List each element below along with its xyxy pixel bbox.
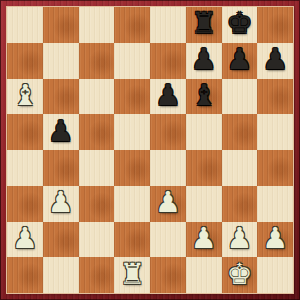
chess-board[interactable]: ♜♚♟♟♟♝♟♝♟♟♟♟♟♟♟♜♚ (7, 7, 293, 293)
square-d6[interactable] (114, 79, 150, 115)
square-g7[interactable]: ♟ (222, 43, 258, 79)
square-f3[interactable] (186, 186, 222, 222)
square-h8[interactable] (257, 7, 293, 43)
square-b3[interactable]: ♟ (43, 186, 79, 222)
square-b6[interactable] (43, 79, 79, 115)
square-d2[interactable] (114, 222, 150, 258)
square-f6[interactable]: ♝ (186, 79, 222, 115)
square-e6[interactable]: ♟ (150, 79, 186, 115)
square-e5[interactable] (150, 114, 186, 150)
square-e1[interactable] (150, 257, 186, 293)
square-a4[interactable] (7, 150, 43, 186)
square-a7[interactable] (7, 43, 43, 79)
square-h3[interactable] (257, 186, 293, 222)
black-pawn[interactable]: ♟ (226, 45, 252, 74)
white-king[interactable]: ♚ (226, 260, 252, 289)
square-f4[interactable] (186, 150, 222, 186)
square-c6[interactable] (79, 79, 115, 115)
square-e8[interactable] (150, 7, 186, 43)
square-e2[interactable] (150, 222, 186, 258)
square-d3[interactable] (114, 186, 150, 222)
white-pawn[interactable]: ♟ (191, 224, 217, 253)
square-d8[interactable] (114, 7, 150, 43)
square-b8[interactable] (43, 7, 79, 43)
square-f2[interactable]: ♟ (186, 222, 222, 258)
square-a5[interactable] (7, 114, 43, 150)
square-d1[interactable]: ♜ (114, 257, 150, 293)
black-pawn[interactable]: ♟ (48, 117, 74, 146)
black-pawn[interactable]: ♟ (191, 45, 217, 74)
square-g1[interactable]: ♚ (222, 257, 258, 293)
white-bishop[interactable]: ♝ (12, 81, 38, 110)
square-h2[interactable]: ♟ (257, 222, 293, 258)
white-pawn[interactable]: ♟ (226, 224, 252, 253)
square-f5[interactable] (186, 114, 222, 150)
black-pawn[interactable]: ♟ (155, 81, 181, 110)
square-a2[interactable]: ♟ (7, 222, 43, 258)
square-e3[interactable]: ♟ (150, 186, 186, 222)
square-b2[interactable] (43, 222, 79, 258)
white-pawn[interactable]: ♟ (262, 224, 288, 253)
square-g3[interactable] (222, 186, 258, 222)
white-pawn[interactable]: ♟ (48, 188, 74, 217)
square-g2[interactable]: ♟ (222, 222, 258, 258)
square-c2[interactable] (79, 222, 115, 258)
square-f8[interactable]: ♜ (186, 7, 222, 43)
square-a6[interactable]: ♝ (7, 79, 43, 115)
square-d4[interactable] (114, 150, 150, 186)
square-g8[interactable]: ♚ (222, 7, 258, 43)
square-a8[interactable] (7, 7, 43, 43)
square-h1[interactable] (257, 257, 293, 293)
square-h4[interactable] (257, 150, 293, 186)
square-h7[interactable]: ♟ (257, 43, 293, 79)
square-h5[interactable] (257, 114, 293, 150)
square-b1[interactable] (43, 257, 79, 293)
square-c1[interactable] (79, 257, 115, 293)
black-rook[interactable]: ♜ (191, 9, 217, 38)
chess-diagram: ♜♚♟♟♟♝♟♝♟♟♟♟♟♟♟♜♚ (0, 0, 300, 300)
square-c7[interactable] (79, 43, 115, 79)
square-c4[interactable] (79, 150, 115, 186)
black-pawn[interactable]: ♟ (262, 45, 288, 74)
black-king[interactable]: ♚ (226, 9, 252, 38)
square-f7[interactable]: ♟ (186, 43, 222, 79)
square-b5[interactable]: ♟ (43, 114, 79, 150)
square-b4[interactable] (43, 150, 79, 186)
square-c3[interactable] (79, 186, 115, 222)
square-d7[interactable] (114, 43, 150, 79)
square-h6[interactable] (257, 79, 293, 115)
square-g5[interactable] (222, 114, 258, 150)
square-f1[interactable] (186, 257, 222, 293)
square-e7[interactable] (150, 43, 186, 79)
square-d5[interactable] (114, 114, 150, 150)
square-c5[interactable] (79, 114, 115, 150)
square-a3[interactable] (7, 186, 43, 222)
white-rook[interactable]: ♜ (119, 260, 145, 289)
square-c8[interactable] (79, 7, 115, 43)
square-a1[interactable] (7, 257, 43, 293)
square-e4[interactable] (150, 150, 186, 186)
black-bishop[interactable]: ♝ (191, 81, 217, 110)
square-g6[interactable] (222, 79, 258, 115)
square-b7[interactable] (43, 43, 79, 79)
white-pawn[interactable]: ♟ (155, 188, 181, 217)
square-g4[interactable] (222, 150, 258, 186)
white-pawn[interactable]: ♟ (12, 224, 38, 253)
